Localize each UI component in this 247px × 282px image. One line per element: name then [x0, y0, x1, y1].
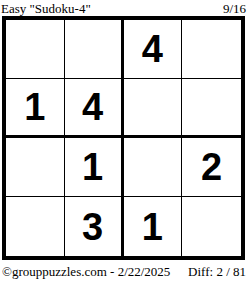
- cell-r2c1[interactable]: 1: [6, 79, 65, 138]
- cell-r1c4[interactable]: [182, 20, 241, 79]
- difficulty-text: Diff: 2 / 81: [188, 264, 246, 280]
- cell-r3c4[interactable]: 2: [182, 138, 241, 197]
- cell-r3c1[interactable]: [6, 138, 65, 197]
- cell-r2c3[interactable]: [124, 79, 183, 138]
- cell-r4c3[interactable]: 1: [124, 197, 183, 256]
- cell-r2c2[interactable]: 4: [65, 79, 124, 138]
- cell-r4c1[interactable]: [6, 197, 65, 256]
- cell-r2c4[interactable]: [182, 79, 241, 138]
- cell-r3c3[interactable]: [124, 138, 183, 197]
- cell-r3c2[interactable]: 1: [65, 138, 124, 197]
- cell-r1c3[interactable]: 4: [124, 20, 183, 79]
- cell-r1c1[interactable]: [6, 20, 65, 79]
- sudoku-board: 4 1 4 1 2 3 1: [2, 16, 245, 260]
- cell-r4c2[interactable]: 3: [65, 197, 124, 256]
- progress-counter: 9/16: [223, 1, 246, 17]
- page-header: Easy "Sudoku-4" 9/16: [1, 1, 246, 17]
- page-footer: ©grouppuzzles.com - 2/22/2025 Diff: 2 / …: [2, 264, 246, 280]
- copyright-text: ©grouppuzzles.com - 2/22/2025: [2, 264, 170, 280]
- puzzle-title: Easy "Sudoku-4": [1, 1, 91, 17]
- cell-r4c4[interactable]: [182, 197, 241, 256]
- cell-r1c2[interactable]: [65, 20, 124, 79]
